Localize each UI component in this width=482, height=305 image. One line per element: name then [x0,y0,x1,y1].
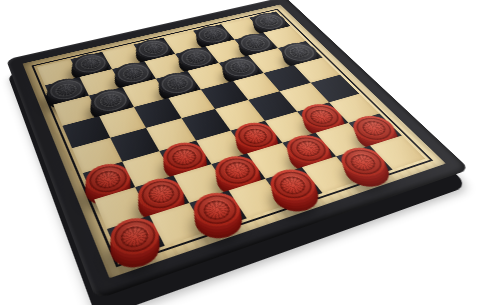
square-r6c6 [264,111,315,143]
square-r6c4 [195,130,247,164]
red-checker-piece [263,165,323,206]
square-r7c3 [174,164,228,202]
square-r7c1 [94,187,149,228]
square-r8c3 [189,190,246,232]
square-r5c4 [181,109,230,140]
checkers-board [6,0,470,300]
red-checker-piece [209,152,266,191]
red-checker-piece [228,119,283,154]
square-r6c5 [230,121,282,154]
square-r7c7 [316,123,370,156]
square-r7c4 [211,153,265,190]
square-r6c2 [122,151,174,188]
red-checker-piece [334,144,394,182]
square-r6c3 [159,140,211,175]
square-r8c8 [369,135,425,170]
square-r5c3 [146,118,195,150]
square-r4c2 [99,107,146,138]
board-pinstripe-border [31,9,433,267]
red-checker-piece [280,131,337,167]
square-r7c6 [282,133,336,167]
red-checker-piece [81,160,136,200]
red-checker-piece [157,139,212,176]
square-r8c5 [265,167,322,206]
square-r5c1 [72,138,122,173]
red-checker-piece [105,213,166,261]
square-r6c1 [83,162,135,200]
square-r8c6 [301,156,358,193]
square-r4c1 [62,116,109,148]
square-r7c8 [348,114,401,146]
square-r5c2 [110,128,160,162]
square-r8c4 [228,178,285,218]
square-r7c5 [247,143,301,179]
red-checker-piece [187,188,248,232]
red-checker-piece [346,112,403,146]
board-grid [37,11,425,260]
square-r8c1 [107,215,164,260]
square-r8c7 [336,145,392,181]
square-r8c2 [149,203,206,246]
red-checker-piece [133,174,191,216]
checkers-set-photo [0,0,482,305]
board-margin [23,4,446,278]
square-r7c2 [135,176,189,216]
